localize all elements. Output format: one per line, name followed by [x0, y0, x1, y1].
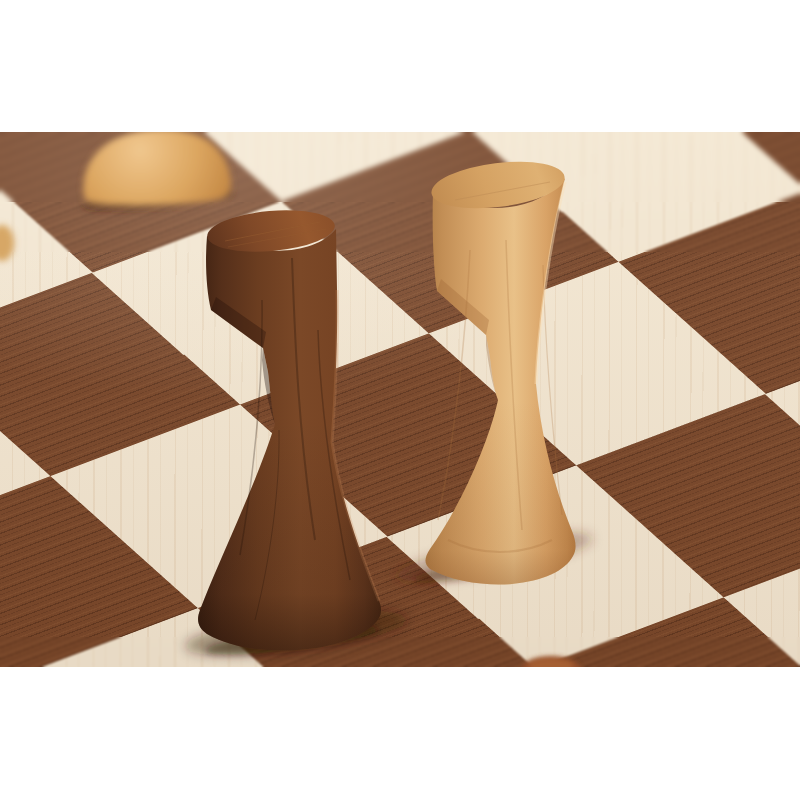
white-background-band-top — [0, 0, 800, 132]
white-background-band-bottom — [0, 667, 800, 800]
chess-product-photo — [0, 0, 800, 800]
chessboard — [0, 132, 800, 667]
checkerboard-squares — [0, 132, 800, 667]
